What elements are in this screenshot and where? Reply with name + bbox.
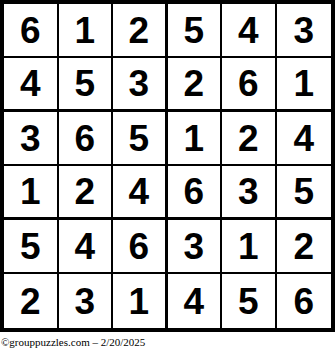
cell-r5c3: 6 (113, 220, 168, 274)
cell-r6c4: 4 (168, 274, 223, 328)
cell-r3c3: 5 (113, 112, 168, 166)
sudoku-board: 612543453261365124124635546312231456 (0, 0, 335, 332)
cell-r6c1: 2 (4, 274, 59, 328)
cell-r6c5: 5 (222, 274, 277, 328)
cell-r4c6: 5 (277, 166, 332, 220)
cell-r4c1: 1 (4, 166, 59, 220)
cell-r2c5: 6 (222, 58, 277, 112)
cell-r4c2: 2 (59, 166, 114, 220)
cell-r6c2: 3 (59, 274, 114, 328)
cell-r5c4: 3 (168, 220, 223, 274)
cell-r1c2: 1 (59, 4, 114, 58)
cell-r5c6: 2 (277, 220, 332, 274)
cell-r3c4: 1 (168, 112, 223, 166)
cell-r3c5: 2 (222, 112, 277, 166)
cell-r5c5: 1 (222, 220, 277, 274)
cell-r1c3: 2 (113, 4, 168, 58)
copyright-footer: ©grouppuzzles.com – 2/20/2025 (1, 336, 145, 348)
cell-r1c6: 3 (277, 4, 332, 58)
cell-r4c5: 3 (222, 166, 277, 220)
cell-r4c3: 4 (113, 166, 168, 220)
cell-r6c3: 1 (113, 274, 168, 328)
cell-r3c6: 4 (277, 112, 332, 166)
cell-r5c2: 4 (59, 220, 114, 274)
cell-r3c1: 3 (4, 112, 59, 166)
cell-r1c4: 5 (168, 4, 223, 58)
cell-r2c6: 1 (277, 58, 332, 112)
cell-r6c6: 6 (277, 274, 332, 328)
cell-r3c2: 6 (59, 112, 114, 166)
sudoku-page: 612543453261365124124635546312231456 ©gr… (0, 0, 335, 357)
cell-r2c3: 3 (113, 58, 168, 112)
cell-r1c1: 6 (4, 4, 59, 58)
cell-r4c4: 6 (168, 166, 223, 220)
cell-r1c5: 4 (222, 4, 277, 58)
cell-r2c1: 4 (4, 58, 59, 112)
cell-r2c2: 5 (59, 58, 114, 112)
cell-r5c1: 5 (4, 220, 59, 274)
cell-r2c4: 2 (168, 58, 223, 112)
